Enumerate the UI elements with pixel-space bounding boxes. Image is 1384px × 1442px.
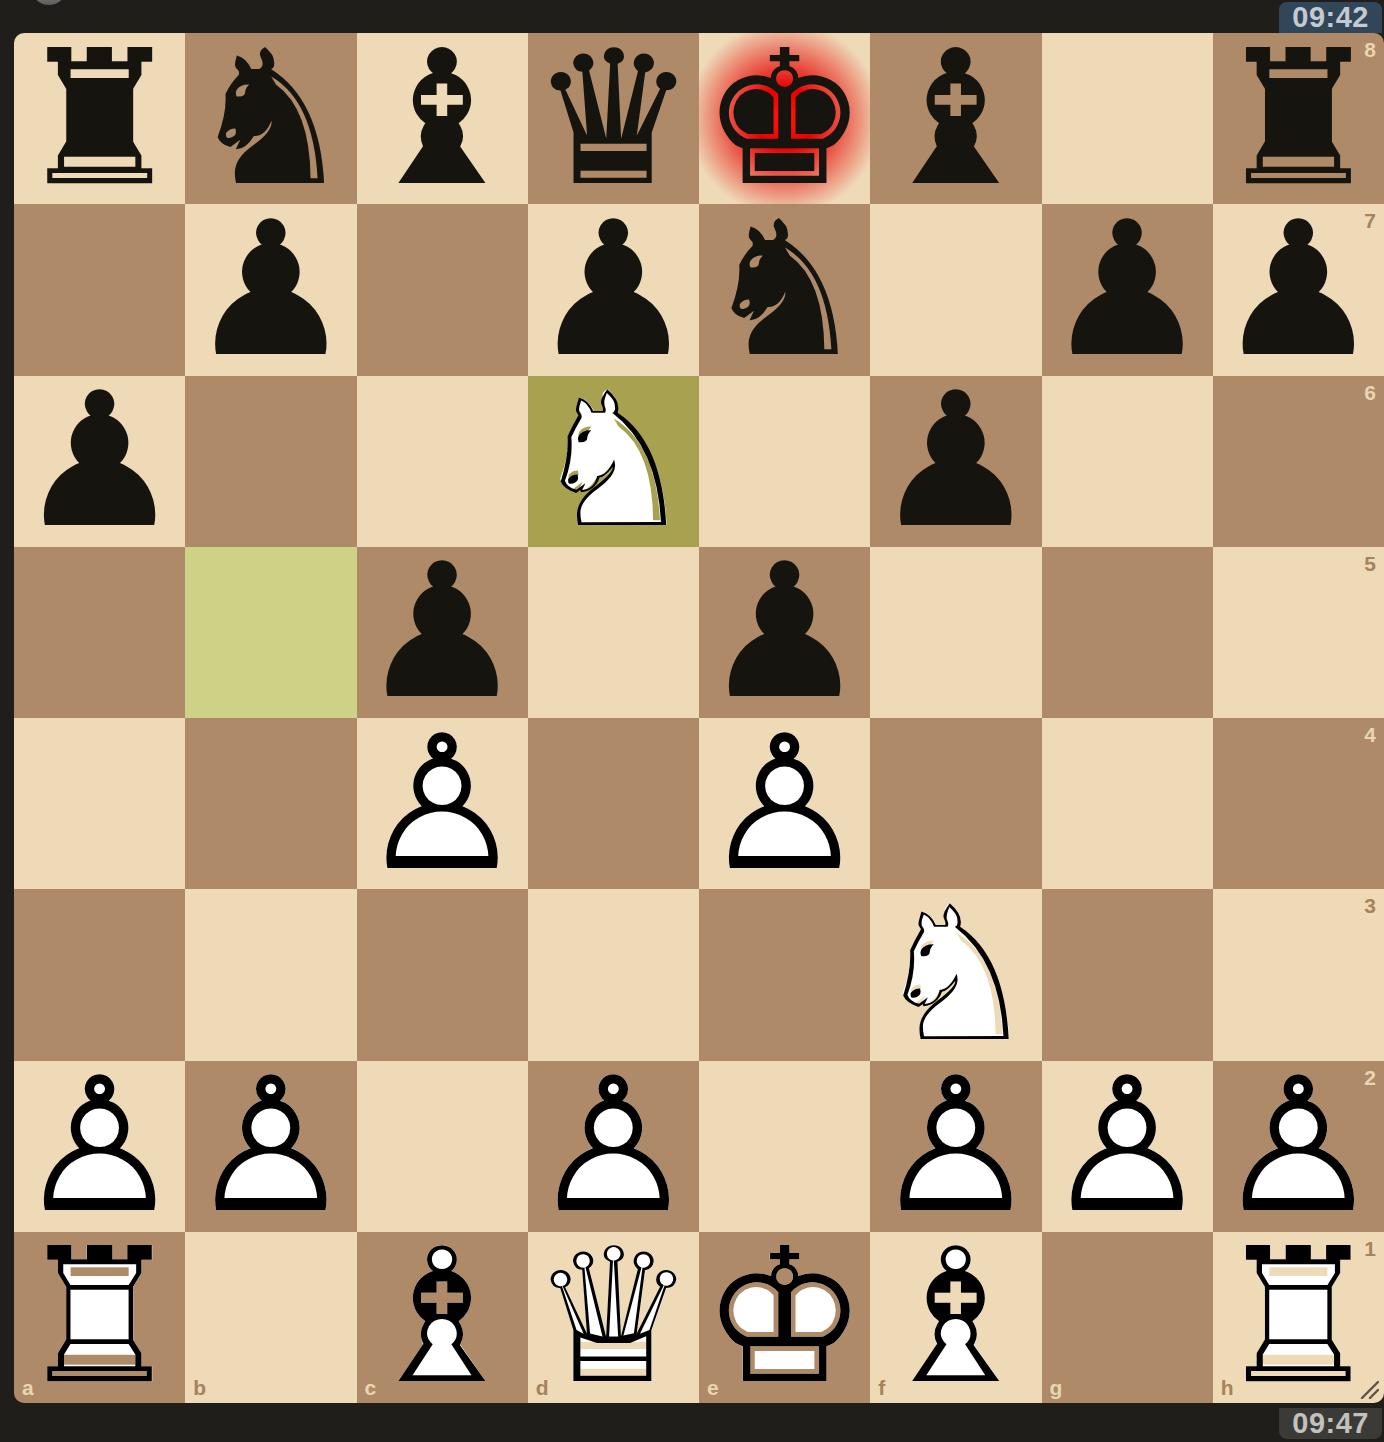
square-e8[interactable]: ♚ [699, 33, 870, 204]
white-pawn-outline-icon: ♙ [528, 1061, 699, 1232]
black-rook-piece[interactable]: ♜ [14, 33, 185, 204]
black-clock-time: 09:42 [1292, 1, 1369, 34]
white-rook-outline-icon: ♖ [14, 1232, 185, 1403]
white-pawn-outline-icon: ♙ [185, 1061, 356, 1232]
square-d3[interactable] [528, 889, 699, 1060]
black-bishop-piece[interactable]: ♝ [357, 33, 528, 204]
white-pawn-piece[interactable]: ♟♙ [528, 1061, 699, 1232]
square-c4[interactable]: ♟♙ [357, 718, 528, 889]
square-b5[interactable] [185, 547, 356, 718]
square-f3[interactable]: ♞♘ [870, 889, 1041, 1060]
black-knight-icon: ♞ [699, 204, 870, 375]
square-c5[interactable]: ♟ [357, 547, 528, 718]
square-d8[interactable]: ♛ [528, 33, 699, 204]
white-bishop-piece[interactable]: ♝♗ [357, 1232, 528, 1403]
file-label-e: e [707, 1377, 719, 1398]
square-f6[interactable]: ♟ [870, 376, 1041, 547]
square-h7[interactable]: ♟7 [1213, 204, 1384, 375]
square-c1[interactable]: ♝♗c [357, 1232, 528, 1403]
square-e2[interactable] [699, 1061, 870, 1232]
file-label-h: h [1221, 1377, 1234, 1398]
square-e3[interactable] [699, 889, 870, 1060]
square-a1[interactable]: ♜♖a [14, 1232, 185, 1403]
square-h1[interactable]: ♜♖1h [1213, 1232, 1384, 1403]
chess-board[interactable]: ♜♞♝♛♚♝♜8♟♟♞♟♟7♟♞♘♟6♟♟5♟♙♟♙4♞♘3♟♙♟♙♟♙♟♙♟♙… [14, 33, 1384, 1403]
black-king-icon: ♚ [699, 33, 870, 204]
square-b3[interactable] [185, 889, 356, 1060]
white-king-piece[interactable]: ♚♔ [699, 1232, 870, 1403]
black-pawn-icon: ♟ [185, 204, 356, 375]
white-knight-piece[interactable]: ♞♘ [870, 889, 1041, 1060]
square-c7[interactable] [357, 204, 528, 375]
square-f5[interactable] [870, 547, 1041, 718]
square-h3[interactable]: 3 [1213, 889, 1384, 1060]
black-bishop-piece[interactable]: ♝ [870, 33, 1041, 204]
square-d2[interactable]: ♟♙ [528, 1061, 699, 1232]
black-king-piece[interactable]: ♚ [699, 33, 870, 204]
square-c2[interactable] [357, 1061, 528, 1232]
rank-label-4: 4 [1364, 724, 1376, 745]
black-queen-piece[interactable]: ♛ [528, 33, 699, 204]
black-pawn-icon: ♟ [357, 547, 528, 718]
square-g5[interactable] [1042, 547, 1213, 718]
square-h2[interactable]: ♟♙2 [1213, 1061, 1384, 1232]
black-pawn-icon: ♟ [1213, 204, 1384, 375]
black-pawn-icon: ♟ [14, 376, 185, 547]
white-pawn-outline-icon: ♙ [14, 1061, 185, 1232]
black-pawn-piece[interactable]: ♟ [1042, 204, 1213, 375]
rank-label-8: 8 [1364, 39, 1376, 60]
square-c6[interactable] [357, 376, 528, 547]
black-pawn-piece[interactable]: ♟ [1213, 204, 1384, 375]
white-pawn-piece[interactable]: ♟♙ [1213, 1061, 1384, 1232]
white-knight-piece[interactable]: ♞♘ [528, 376, 699, 547]
square-g4[interactable] [1042, 718, 1213, 889]
avatar-circle-fragment [31, 0, 67, 5]
square-h8[interactable]: ♜8 [1213, 33, 1384, 204]
square-e4[interactable]: ♟♙ [699, 718, 870, 889]
white-bishop-outline-icon: ♗ [870, 1232, 1041, 1403]
white-king-outline-icon: ♔ [699, 1232, 870, 1403]
black-knight-piece[interactable]: ♞ [185, 33, 356, 204]
white-pawn-piece[interactable]: ♟♙ [185, 1061, 356, 1232]
file-label-g: g [1050, 1377, 1063, 1398]
black-pawn-icon: ♟ [699, 547, 870, 718]
square-e5[interactable]: ♟ [699, 547, 870, 718]
black-rook-icon: ♜ [1213, 33, 1384, 204]
black-pawn-piece[interactable]: ♟ [14, 376, 185, 547]
square-f1[interactable]: ♝♗f [870, 1232, 1041, 1403]
black-pawn-icon: ♟ [870, 376, 1041, 547]
square-b4[interactable] [185, 718, 356, 889]
square-f8[interactable]: ♝ [870, 33, 1041, 204]
white-pawn-outline-icon: ♙ [357, 718, 528, 889]
square-d4[interactable] [528, 718, 699, 889]
square-h5[interactable]: 5 [1213, 547, 1384, 718]
white-queen-piece[interactable]: ♛♕ [528, 1232, 699, 1403]
white-bishop-outline-icon: ♗ [357, 1232, 528, 1403]
black-bishop-icon: ♝ [357, 33, 528, 204]
white-bishop-piece[interactable]: ♝♗ [870, 1232, 1041, 1403]
square-g3[interactable] [1042, 889, 1213, 1060]
square-d7[interactable]: ♟ [528, 204, 699, 375]
rank-label-5: 5 [1364, 553, 1376, 574]
black-bishop-icon: ♝ [870, 33, 1041, 204]
black-knight-icon: ♞ [185, 33, 356, 204]
file-label-a: a [22, 1377, 34, 1398]
square-e7[interactable]: ♞ [699, 204, 870, 375]
square-g6[interactable] [1042, 376, 1213, 547]
black-pawn-piece[interactable]: ♟ [528, 204, 699, 375]
square-c3[interactable] [357, 889, 528, 1060]
square-a2[interactable]: ♟♙ [14, 1061, 185, 1232]
white-knight-outline-icon: ♘ [528, 376, 699, 547]
white-pawn-outline-icon: ♙ [870, 1061, 1041, 1232]
square-b2[interactable]: ♟♙ [185, 1061, 356, 1232]
rank-label-6: 6 [1364, 382, 1376, 403]
square-d6[interactable]: ♞♘ [528, 376, 699, 547]
square-a5[interactable] [14, 547, 185, 718]
square-b1[interactable]: b [185, 1232, 356, 1403]
white-pawn-piece[interactable]: ♟♙ [1042, 1061, 1213, 1232]
white-pawn-outline-icon: ♙ [1042, 1061, 1213, 1232]
white-queen-outline-icon: ♕ [528, 1232, 699, 1403]
white-clock: 09:47 [1279, 1408, 1382, 1439]
white-pawn-piece[interactable]: ♟♙ [14, 1061, 185, 1232]
white-rook-piece[interactable]: ♜♖ [14, 1232, 185, 1403]
file-label-f: f [878, 1377, 885, 1398]
white-pawn-piece[interactable]: ♟♙ [699, 718, 870, 889]
white-knight-outline-icon: ♘ [870, 889, 1041, 1060]
square-h6[interactable]: 6 [1213, 376, 1384, 547]
square-a3[interactable] [14, 889, 185, 1060]
square-b8[interactable]: ♞ [185, 33, 356, 204]
rank-label-3: 3 [1364, 895, 1376, 916]
rank-label-2: 2 [1364, 1067, 1376, 1088]
white-pawn-piece[interactable]: ♟♙ [870, 1061, 1041, 1232]
file-label-c: c [365, 1377, 377, 1398]
square-g7[interactable]: ♟ [1042, 204, 1213, 375]
black-pawn-piece[interactable]: ♟ [870, 376, 1041, 547]
square-a7[interactable] [14, 204, 185, 375]
square-f2[interactable]: ♟♙ [870, 1061, 1041, 1232]
file-label-b: b [193, 1377, 206, 1398]
square-g8[interactable] [1042, 33, 1213, 204]
square-a4[interactable] [14, 718, 185, 889]
board-resize-handle-icon[interactable] [1359, 1379, 1379, 1399]
square-f4[interactable] [870, 718, 1041, 889]
black-pawn-piece[interactable]: ♟ [699, 547, 870, 718]
game-page: { "game": "chess", "position": { "fen": … [0, 0, 1384, 1442]
black-pawn-icon: ♟ [528, 204, 699, 375]
file-label-d: d [536, 1377, 549, 1398]
black-knight-piece[interactable]: ♞ [699, 204, 870, 375]
black-queen-icon: ♛ [528, 33, 699, 204]
black-pawn-piece[interactable]: ♟ [357, 547, 528, 718]
black-rook-icon: ♜ [14, 33, 185, 204]
square-b6[interactable] [185, 376, 356, 547]
square-b7[interactable]: ♟ [185, 204, 356, 375]
square-e1[interactable]: ♚♔e [699, 1232, 870, 1403]
white-rook-outline-icon: ♖ [1213, 1232, 1384, 1403]
rank-label-1: 1 [1364, 1238, 1376, 1259]
white-rook-piece[interactable]: ♜♖ [1213, 1232, 1384, 1403]
square-d1[interactable]: ♛♕d [528, 1232, 699, 1403]
rank-label-7: 7 [1364, 210, 1376, 231]
square-g1[interactable]: g [1042, 1232, 1213, 1403]
square-h4[interactable]: 4 [1213, 718, 1384, 889]
square-g2[interactable]: ♟♙ [1042, 1061, 1213, 1232]
black-pawn-piece[interactable]: ♟ [185, 204, 356, 375]
square-d5[interactable] [528, 547, 699, 718]
square-a6[interactable]: ♟ [14, 376, 185, 547]
square-a8[interactable]: ♜ [14, 33, 185, 204]
white-clock-time: 09:47 [1292, 1407, 1369, 1440]
white-pawn-piece[interactable]: ♟♙ [357, 718, 528, 889]
white-pawn-outline-icon: ♙ [1213, 1061, 1384, 1232]
square-e6[interactable] [699, 376, 870, 547]
square-c8[interactable]: ♝ [357, 33, 528, 204]
square-f7[interactable] [870, 204, 1041, 375]
white-pawn-outline-icon: ♙ [699, 718, 870, 889]
black-clock: 09:42 [1279, 2, 1382, 33]
black-pawn-icon: ♟ [1042, 204, 1213, 375]
black-rook-piece[interactable]: ♜ [1213, 33, 1384, 204]
